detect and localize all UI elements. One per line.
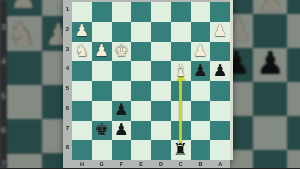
bg-light-square — [253, 116, 287, 150]
piece-white-king-f3[interactable]: ♚ — [112, 42, 132, 62]
square-f2[interactable] — [112, 22, 132, 42]
square-c1[interactable] — [171, 2, 191, 22]
square-d3[interactable] — [151, 42, 171, 62]
square-d5[interactable] — [151, 81, 171, 101]
square-a2[interactable]: ♟ — [210, 22, 230, 42]
square-b7[interactable] — [191, 121, 211, 141]
square-g3[interactable]: ♟ — [92, 42, 112, 62]
background-right-blur: ♟♟♟♟ — [228, 0, 300, 168]
file-label-G: G — [92, 160, 112, 168]
bg-dark-square — [287, 116, 300, 150]
video-frame: 34567♟♞♟ ♟♟♟♟ 12345678 HGFEDCBA ♟♟♞♟♚♟♝♟… — [0, 0, 300, 168]
square-b3[interactable]: ♟ — [191, 42, 211, 62]
square-e5[interactable] — [131, 81, 151, 101]
file-label-A: A — [210, 160, 230, 168]
bg-dark-square — [42, 85, 65, 119]
square-g4[interactable] — [92, 61, 112, 81]
bg-dark-square — [253, 14, 287, 48]
piece-black-rook-c8[interactable]: ♜ — [171, 140, 191, 160]
piece-white-pawn-h2[interactable]: ♟ — [72, 22, 92, 42]
rank-label-7: 7 — [63, 119, 72, 139]
square-a4[interactable]: ♟ — [210, 61, 230, 81]
bg-light-square — [42, 0, 65, 16]
square-h4[interactable] — [72, 61, 92, 81]
square-e3[interactable] — [131, 42, 151, 62]
square-d8[interactable] — [151, 140, 171, 160]
square-a1[interactable] — [210, 2, 230, 22]
bg-rank-label-5: 5 — [1, 92, 7, 101]
square-f6[interactable]: ♟ — [112, 101, 132, 121]
chessboard: 12345678 HGFEDCBA ♟♟♞♟♚♟♝♟♟♟♚♟♜ — [63, 0, 233, 168]
square-c2[interactable] — [171, 22, 191, 42]
square-c3[interactable] — [171, 42, 191, 62]
piece-white-bishop-c4[interactable]: ♝ — [171, 61, 191, 81]
file-label-D: D — [151, 160, 171, 168]
bg-dark-square — [253, 82, 287, 116]
bg-piece-black-pawn: ♟ — [256, 47, 285, 79]
square-f4[interactable] — [112, 61, 132, 81]
board-grid: ♟♟♞♟♚♟♝♟♟♟♚♟♜ — [72, 2, 230, 160]
bg-piece-white-pawn: ♟ — [258, 0, 285, 16]
bg-dark-square — [42, 154, 65, 169]
bg-dark-square — [7, 51, 42, 85]
square-h3[interactable]: ♞ — [72, 42, 92, 62]
square-d7[interactable] — [151, 121, 171, 141]
bg-piece-white-pawn: ♟ — [45, 20, 65, 50]
piece-white-knight-h3[interactable]: ♞ — [72, 42, 92, 62]
square-g7[interactable]: ♚ — [92, 121, 112, 141]
bg-light-square — [42, 119, 65, 153]
bg-dark-square — [287, 48, 300, 82]
bg-rank-label-6: 6 — [1, 126, 7, 135]
file-strip: HGFEDCBA — [72, 160, 230, 168]
bg-dark-square — [7, 119, 42, 153]
square-b4[interactable]: ♟ — [191, 61, 211, 81]
square-b5[interactable] — [191, 81, 211, 101]
square-b1[interactable] — [191, 2, 211, 22]
square-h7[interactable] — [72, 121, 92, 141]
background-left-board: 34567♟♞♟ — [0, 0, 65, 168]
square-b6[interactable] — [191, 101, 211, 121]
rank-label-8: 8 — [63, 138, 72, 158]
board-right-border — [230, 0, 233, 160]
square-c4[interactable]: ♝ — [171, 61, 191, 81]
square-e2[interactable] — [131, 22, 151, 42]
piece-white-pawn-b3[interactable]: ♟ — [191, 42, 211, 62]
rank-label-5: 5 — [63, 79, 72, 99]
bg-light-square — [7, 85, 42, 119]
square-d4[interactable] — [151, 61, 171, 81]
bg-rank-label-7: 7 — [1, 160, 7, 168]
square-f8[interactable] — [112, 140, 132, 160]
square-d2[interactable] — [151, 22, 171, 42]
square-b2[interactable] — [191, 22, 211, 42]
piece-black-pawn-f6[interactable]: ♟ — [112, 101, 132, 121]
square-f1[interactable] — [112, 2, 132, 22]
bg-light-square — [287, 82, 300, 116]
bg-light-square — [7, 154, 42, 169]
square-h6[interactable] — [72, 101, 92, 121]
file-label-E: E — [131, 160, 151, 168]
rank-label-2: 2 — [63, 20, 72, 40]
square-a3[interactable] — [210, 42, 230, 62]
square-e8[interactable] — [131, 140, 151, 160]
square-b8[interactable] — [191, 140, 211, 160]
square-g8[interactable] — [92, 140, 112, 160]
square-a8[interactable] — [210, 140, 230, 160]
background-left-blur: 34567♟♞♟ — [0, 0, 65, 168]
rank-strip: 12345678 — [63, 0, 72, 160]
rank-label-6: 6 — [63, 99, 72, 119]
square-h8[interactable] — [72, 140, 92, 160]
bg-light-square — [42, 51, 65, 85]
piece-black-pawn-b4[interactable]: ♟ — [191, 61, 211, 81]
rank-label-1: 1 — [63, 0, 72, 20]
bg-light-square — [287, 14, 300, 48]
square-g1[interactable] — [92, 2, 112, 22]
bg-piece-white-pawn: ♟ — [10, 0, 37, 13]
square-a7[interactable] — [210, 121, 230, 141]
square-e4[interactable] — [131, 61, 151, 81]
square-h5[interactable] — [72, 81, 92, 101]
square-e7[interactable] — [131, 121, 151, 141]
bg-light-square — [287, 150, 300, 168]
file-label-F: F — [112, 160, 132, 168]
piece-black-pawn-f7[interactable]: ♟ — [112, 121, 132, 141]
bg-piece-white-knight: ♞ — [6, 17, 37, 52]
square-f5[interactable] — [112, 81, 132, 101]
file-label-B: B — [191, 160, 211, 168]
square-c8[interactable]: ♜ — [171, 140, 191, 160]
square-a6[interactable] — [210, 101, 230, 121]
file-label-C: C — [171, 160, 191, 168]
bg-dark-square — [253, 150, 287, 168]
square-d6[interactable] — [151, 101, 171, 121]
square-g2[interactable] — [92, 22, 112, 42]
square-h1[interactable] — [72, 2, 92, 22]
file-label-H: H — [72, 160, 92, 168]
rank-label-4: 4 — [63, 59, 72, 79]
piece-white-pawn-g3[interactable]: ♟ — [92, 42, 112, 62]
square-f7[interactable]: ♟ — [112, 121, 132, 141]
piece-black-king-g7[interactable]: ♚ — [92, 121, 112, 141]
square-a5[interactable] — [210, 81, 230, 101]
bg-rank-label-4: 4 — [1, 57, 7, 66]
piece-black-pawn-a4[interactable]: ♟ — [210, 61, 230, 81]
square-f3[interactable]: ♚ — [112, 42, 132, 62]
bg-dark-square — [287, 0, 300, 14]
rank-label-3: 3 — [63, 40, 72, 60]
piece-white-pawn-a2[interactable]: ♟ — [210, 22, 230, 42]
background-right-board: ♟♟♟♟ — [228, 0, 300, 168]
square-g5[interactable] — [92, 81, 112, 101]
square-h2[interactable]: ♟ — [72, 22, 92, 42]
square-e6[interactable] — [131, 101, 151, 121]
square-g6[interactable] — [92, 101, 112, 121]
square-d1[interactable] — [151, 2, 171, 22]
square-e1[interactable] — [131, 2, 151, 22]
